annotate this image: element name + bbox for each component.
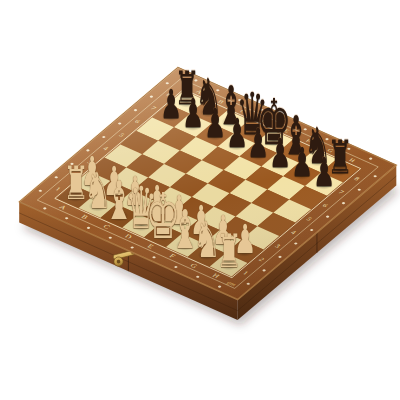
- surface-sheen: [19, 67, 396, 299]
- product-photo-canvas: AA88BB77CC66DD55EE44FF33GG22HH11gm ♜♞♟♝♟…: [0, 0, 400, 400]
- board-scene: AA88BB77CC66DD55EE44FF33GG22HH11gm: [0, 0, 400, 400]
